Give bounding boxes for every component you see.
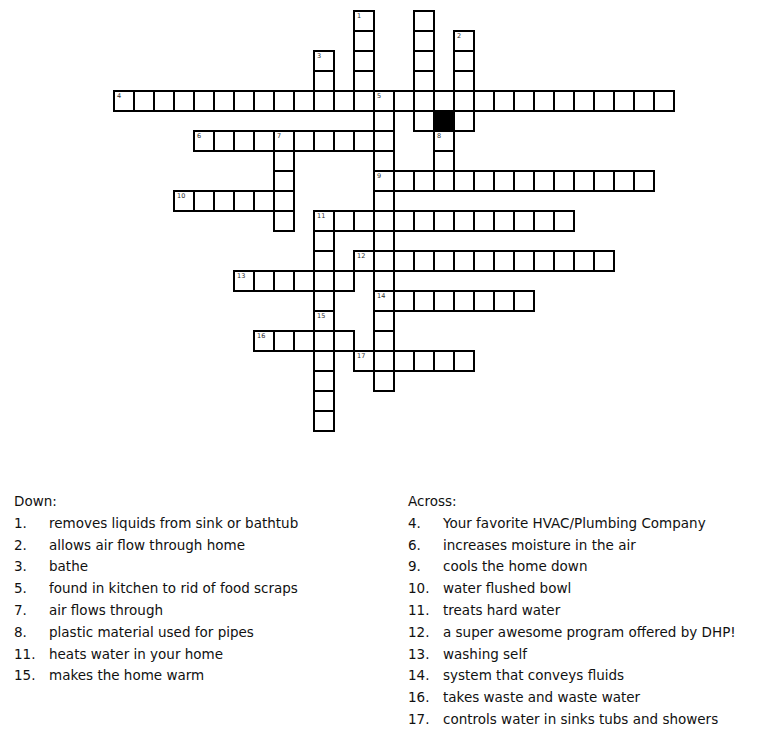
down-clue-item: 15.makes the home warm bbox=[14, 665, 298, 687]
crossword-page: 1234567891011121314151617 Down: 1.remove… bbox=[0, 0, 768, 735]
across-clue-item: 17.controls water in sinks tubs and show… bbox=[408, 709, 736, 731]
grid-cell[interactable] bbox=[313, 290, 335, 312]
grid-cell[interactable]: 9 bbox=[373, 170, 395, 192]
grid-cell[interactable]: 2 bbox=[453, 30, 475, 52]
grid-cell[interactable]: 12 bbox=[353, 250, 375, 272]
grid-cell[interactable] bbox=[553, 250, 575, 272]
grid-cell[interactable] bbox=[213, 90, 235, 112]
grid-cell[interactable] bbox=[273, 210, 295, 232]
grid-cell[interactable] bbox=[353, 90, 375, 112]
grid-cell[interactable]: 1 bbox=[353, 10, 375, 32]
grid-cell[interactable] bbox=[313, 370, 335, 392]
down-clue-item: 3.bathe bbox=[14, 556, 298, 578]
grid-cell[interactable] bbox=[553, 170, 575, 192]
grid-cell[interactable] bbox=[413, 250, 435, 272]
clue-text: a super awesome program offered by DHP! bbox=[443, 622, 736, 644]
across-header: Across: bbox=[408, 491, 736, 513]
crossword-grid: 1234567891011121314151617 bbox=[113, 10, 675, 432]
grid-cell[interactable] bbox=[213, 190, 235, 212]
cell-number: 10 bbox=[177, 193, 185, 200]
grid-cell[interactable] bbox=[273, 190, 295, 212]
grid-cell[interactable] bbox=[553, 90, 575, 112]
grid-cell[interactable] bbox=[413, 290, 435, 312]
clue-text: washing self bbox=[443, 644, 527, 666]
grid-cell[interactable] bbox=[513, 210, 535, 232]
grid-cell[interactable] bbox=[433, 170, 455, 192]
down-clue-list: 1.removes liquids from sink or bathtub2.… bbox=[14, 513, 298, 687]
grid-cell[interactable] bbox=[353, 30, 375, 52]
grid-cell[interactable] bbox=[293, 330, 315, 352]
grid-cell[interactable] bbox=[553, 210, 575, 232]
grid-cell[interactable] bbox=[313, 250, 335, 272]
grid-cell[interactable] bbox=[133, 90, 155, 112]
grid-cell[interactable]: 5 bbox=[373, 90, 395, 112]
grid-cell[interactable] bbox=[413, 70, 435, 92]
across-clue-item: 10.water flushed bowl bbox=[408, 578, 736, 600]
grid-cell[interactable] bbox=[573, 90, 595, 112]
cell-number: 7 bbox=[277, 133, 281, 140]
grid-cell[interactable] bbox=[513, 170, 535, 192]
down-clues: Down: 1.removes liquids from sink or bat… bbox=[14, 491, 298, 687]
grid-cell[interactable] bbox=[513, 250, 535, 272]
across-clue-item: 11.treats hard water bbox=[408, 600, 736, 622]
grid-cell[interactable] bbox=[393, 250, 415, 272]
grid-cell[interactable]: 3 bbox=[313, 50, 335, 72]
grid-cell[interactable] bbox=[393, 290, 415, 312]
grid-cell[interactable]: 16 bbox=[253, 330, 275, 352]
grid-cell[interactable] bbox=[413, 50, 435, 72]
grid-cell[interactable] bbox=[373, 370, 395, 392]
across-clues: Across: 4.Your favorite HVAC/Plumbing Co… bbox=[408, 491, 736, 731]
grid-cell[interactable] bbox=[593, 250, 615, 272]
clue-text: heats water in your home bbox=[49, 644, 223, 666]
clue-number: 3. bbox=[14, 556, 49, 578]
clue-number: 17. bbox=[408, 709, 443, 731]
cell-number: 2 bbox=[457, 33, 461, 40]
grid-cell[interactable] bbox=[533, 90, 555, 112]
across-clue-item: 4.Your favorite HVAC/Plumbing Company bbox=[408, 513, 736, 535]
grid-cell[interactable] bbox=[453, 250, 475, 272]
across-clue-item: 6.increases moisture in the air bbox=[408, 535, 736, 557]
clue-number: 6. bbox=[408, 535, 443, 557]
grid-cell[interactable] bbox=[453, 170, 475, 192]
cell-number: 17 bbox=[357, 353, 365, 360]
grid-cell[interactable] bbox=[333, 270, 355, 292]
clue-text: system that conveys fluids bbox=[443, 665, 624, 687]
clue-number: 11. bbox=[14, 644, 49, 666]
grid-cell[interactable] bbox=[233, 190, 255, 212]
across-clue-list: 4.Your favorite HVAC/Plumbing Company6.i… bbox=[408, 513, 736, 731]
grid-cell[interactable] bbox=[453, 290, 475, 312]
cell-number: 9 bbox=[377, 173, 381, 180]
grid-cell[interactable] bbox=[373, 110, 395, 132]
clue-text: bathe bbox=[49, 556, 88, 578]
grid-cell[interactable] bbox=[493, 210, 515, 232]
clue-number: 10. bbox=[408, 578, 443, 600]
clue-number: 16. bbox=[408, 687, 443, 709]
grid-cell[interactable] bbox=[393, 170, 415, 192]
grid-cell[interactable] bbox=[633, 170, 655, 192]
grid-cell[interactable] bbox=[313, 330, 335, 352]
clue-text: cools the home down bbox=[443, 556, 587, 578]
cell-number: 11 bbox=[317, 213, 325, 220]
grid-cell[interactable] bbox=[453, 50, 475, 72]
clue-text: takes waste and waste water bbox=[443, 687, 640, 709]
down-clue-item: 1.removes liquids from sink or bathtub bbox=[14, 513, 298, 535]
grid-cell[interactable] bbox=[433, 250, 455, 272]
grid-cell[interactable] bbox=[433, 290, 455, 312]
grid-cell[interactable] bbox=[513, 90, 535, 112]
across-clue-item: 16.takes waste and waste water bbox=[408, 687, 736, 709]
grid-cell[interactable]: 13 bbox=[233, 270, 255, 292]
grid-cell[interactable] bbox=[153, 90, 175, 112]
clue-text: treats hard water bbox=[443, 600, 560, 622]
grid-cell[interactable] bbox=[273, 150, 295, 172]
black-cell bbox=[433, 110, 455, 132]
grid-cell[interactable] bbox=[413, 350, 435, 372]
grid-cell[interactable] bbox=[313, 270, 335, 292]
grid-cell[interactable] bbox=[373, 210, 395, 232]
grid-cell[interactable] bbox=[373, 250, 395, 272]
grid-cell[interactable] bbox=[273, 330, 295, 352]
clue-number: 7. bbox=[14, 600, 49, 622]
cell-number: 5 bbox=[377, 93, 381, 100]
grid-cell[interactable] bbox=[293, 130, 315, 152]
grid-cell[interactable] bbox=[373, 350, 395, 372]
grid-cell[interactable] bbox=[413, 90, 435, 112]
grid-cell[interactable] bbox=[373, 130, 395, 152]
grid-cell[interactable] bbox=[313, 350, 335, 372]
down-clue-item: 11.heats water in your home bbox=[14, 644, 298, 666]
clue-number: 1. bbox=[14, 513, 49, 535]
grid-cell[interactable] bbox=[453, 110, 475, 132]
cell-number: 13 bbox=[237, 273, 245, 280]
grid-cell[interactable] bbox=[593, 170, 615, 192]
clue-text: found in kitchen to rid of food scraps bbox=[49, 578, 298, 600]
clue-number: 14. bbox=[408, 665, 443, 687]
across-clue-item: 14.system that conveys fluids bbox=[408, 665, 736, 687]
grid-cell[interactable]: 14 bbox=[373, 290, 395, 312]
grid-cell[interactable] bbox=[453, 70, 475, 92]
down-clue-item: 5.found in kitchen to rid of food scraps bbox=[14, 578, 298, 600]
grid-cell[interactable] bbox=[593, 90, 615, 112]
cell-number: 3 bbox=[317, 53, 321, 60]
grid-cell[interactable] bbox=[413, 110, 435, 132]
grid-cell[interactable] bbox=[373, 270, 395, 292]
grid-cell[interactable] bbox=[533, 170, 555, 192]
grid-cell[interactable] bbox=[193, 90, 215, 112]
clue-text: allows air flow through home bbox=[49, 535, 245, 557]
grid-cell[interactable] bbox=[253, 130, 275, 152]
grid-cell[interactable] bbox=[313, 230, 335, 252]
clue-number: 12. bbox=[408, 622, 443, 644]
clue-number: 13. bbox=[408, 644, 443, 666]
grid-cell[interactable] bbox=[373, 330, 395, 352]
grid-cell[interactable] bbox=[473, 90, 495, 112]
clue-text: increases moisture in the air bbox=[443, 535, 636, 557]
grid-cell[interactable] bbox=[453, 90, 475, 112]
grid-cell[interactable]: 7 bbox=[273, 130, 295, 152]
across-clue-item: 12.a super awesome program offered by DH… bbox=[408, 622, 736, 644]
grid-cell[interactable] bbox=[513, 290, 535, 312]
clue-number: 2. bbox=[14, 535, 49, 557]
clue-number: 4. bbox=[408, 513, 443, 535]
clue-number: 15. bbox=[14, 665, 49, 687]
grid-cell[interactable] bbox=[313, 130, 335, 152]
clue-number: 9. bbox=[408, 556, 443, 578]
grid-cell[interactable] bbox=[413, 10, 435, 32]
grid-cell[interactable] bbox=[253, 190, 275, 212]
grid-cell[interactable] bbox=[233, 130, 255, 152]
grid-cell[interactable] bbox=[213, 130, 235, 152]
across-clue-item: 13.washing self bbox=[408, 644, 736, 666]
grid-cell[interactable] bbox=[293, 90, 315, 112]
grid-cell[interactable] bbox=[473, 210, 495, 232]
grid-cell[interactable] bbox=[253, 90, 275, 112]
grid-cell[interactable] bbox=[533, 210, 555, 232]
cell-number: 8 bbox=[437, 133, 441, 140]
grid-cell[interactable] bbox=[493, 90, 515, 112]
grid-cell[interactable] bbox=[313, 70, 335, 92]
grid-cell[interactable] bbox=[393, 90, 415, 112]
down-header: Down: bbox=[14, 491, 298, 513]
grid-cell[interactable] bbox=[413, 170, 435, 192]
grid-cell[interactable] bbox=[313, 410, 335, 432]
grid-cell[interactable] bbox=[473, 290, 495, 312]
cell-number: 16 bbox=[257, 333, 265, 340]
grid-cell[interactable] bbox=[613, 90, 635, 112]
grid-cell[interactable] bbox=[573, 250, 595, 272]
grid-cell[interactable] bbox=[353, 130, 375, 152]
grid-cell[interactable] bbox=[653, 90, 675, 112]
grid-cell[interactable] bbox=[633, 90, 655, 112]
clue-text: water flushed bowl bbox=[443, 578, 571, 600]
clue-text: plastic material used for pipes bbox=[49, 622, 254, 644]
clue-text: Your favorite HVAC/Plumbing Company bbox=[443, 513, 706, 535]
grid-cell[interactable] bbox=[233, 90, 255, 112]
cell-number: 12 bbox=[357, 253, 365, 260]
grid-cell[interactable] bbox=[493, 290, 515, 312]
grid-cell[interactable] bbox=[373, 150, 395, 172]
grid-cell[interactable]: 11 bbox=[313, 210, 335, 232]
grid-cell[interactable] bbox=[333, 90, 355, 112]
grid-cell[interactable]: 6 bbox=[193, 130, 215, 152]
grid-cell[interactable] bbox=[413, 30, 435, 52]
grid-cell[interactable] bbox=[373, 310, 395, 332]
down-clue-item: 8.plastic material used for pipes bbox=[14, 622, 298, 644]
grid-cell[interactable] bbox=[393, 210, 415, 232]
down-clue-item: 7.air flows through bbox=[14, 600, 298, 622]
grid-cell[interactable] bbox=[333, 130, 355, 152]
grid-cell[interactable] bbox=[313, 90, 335, 112]
grid-cell[interactable] bbox=[273, 90, 295, 112]
grid-cell[interactable]: 15 bbox=[313, 310, 335, 332]
grid-cell[interactable]: 4 bbox=[113, 90, 135, 112]
grid-cell[interactable] bbox=[373, 230, 395, 252]
grid-cell[interactable] bbox=[453, 350, 475, 372]
down-clue-item: 2.allows air flow through home bbox=[14, 535, 298, 557]
grid-cell[interactable] bbox=[393, 350, 415, 372]
grid-cell[interactable] bbox=[253, 270, 275, 292]
across-clue-item: 9.cools the home down bbox=[408, 556, 736, 578]
grid-cell[interactable] bbox=[353, 50, 375, 72]
grid-cell[interactable] bbox=[493, 250, 515, 272]
cell-number: 6 bbox=[197, 133, 201, 140]
clue-text: removes liquids from sink or bathtub bbox=[49, 513, 298, 535]
clue-number: 8. bbox=[14, 622, 49, 644]
grid-cell[interactable] bbox=[333, 330, 355, 352]
grid-cell[interactable] bbox=[453, 210, 475, 232]
grid-cell[interactable] bbox=[333, 210, 355, 232]
clue-text: makes the home warm bbox=[49, 665, 204, 687]
cell-number: 14 bbox=[377, 293, 385, 300]
grid-cell[interactable] bbox=[613, 170, 635, 192]
clue-text: air flows through bbox=[49, 600, 163, 622]
grid-cell[interactable] bbox=[433, 210, 455, 232]
grid-cell[interactable] bbox=[573, 170, 595, 192]
grid-cell[interactable] bbox=[273, 270, 295, 292]
grid-cell[interactable]: 10 bbox=[173, 190, 195, 212]
grid-cell[interactable] bbox=[533, 250, 555, 272]
grid-cell[interactable]: 8 bbox=[433, 130, 455, 152]
grid-cell[interactable]: 17 bbox=[353, 350, 375, 372]
grid-cell[interactable] bbox=[433, 150, 455, 172]
cell-number: 4 bbox=[117, 93, 121, 100]
clue-number: 11. bbox=[408, 600, 443, 622]
grid-cell[interactable] bbox=[193, 190, 215, 212]
grid-cell[interactable] bbox=[473, 250, 495, 272]
grid-cell[interactable] bbox=[373, 190, 395, 212]
grid-cell[interactable] bbox=[493, 170, 515, 192]
grid-cell[interactable] bbox=[293, 270, 315, 292]
grid-cell[interactable] bbox=[353, 70, 375, 92]
grid-cell[interactable] bbox=[433, 90, 455, 112]
grid-cell[interactable] bbox=[413, 210, 435, 232]
grid-cell[interactable] bbox=[273, 170, 295, 192]
clue-number: 5. bbox=[14, 578, 49, 600]
clue-text: controls water in sinks tubs and showers bbox=[443, 709, 718, 731]
grid-cell[interactable] bbox=[353, 210, 375, 232]
grid-cell[interactable] bbox=[313, 390, 335, 412]
cell-number: 1 bbox=[357, 13, 361, 20]
grid-cell[interactable] bbox=[473, 170, 495, 192]
grid-cell[interactable] bbox=[433, 350, 455, 372]
grid-cell[interactable] bbox=[173, 90, 195, 112]
cell-number: 15 bbox=[317, 313, 325, 320]
